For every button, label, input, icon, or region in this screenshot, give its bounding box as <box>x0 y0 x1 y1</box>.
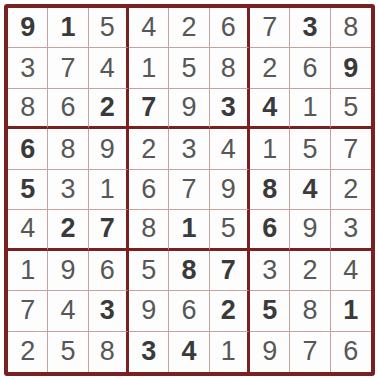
cell-r3c4[interactable]: 7 <box>129 89 169 129</box>
cell-r4c5[interactable]: 3 <box>169 129 209 169</box>
cell-r5c5[interactable]: 7 <box>169 170 209 210</box>
cell-r9c8[interactable]: 7 <box>290 332 330 372</box>
cell-r2c1[interactable]: 3 <box>8 48 48 88</box>
cell-r6c9[interactable]: 3 <box>331 210 371 250</box>
cell-r5c7[interactable]: 8 <box>250 170 290 210</box>
cell-r1c9[interactable]: 8 <box>331 8 371 48</box>
cell-r3c7[interactable]: 4 <box>250 89 290 129</box>
cell-r3c8[interactable]: 1 <box>290 89 330 129</box>
cell-r5c3[interactable]: 1 <box>89 170 129 210</box>
cell-r5c2[interactable]: 3 <box>48 170 88 210</box>
cell-r1c8[interactable]: 3 <box>290 8 330 48</box>
cell-r2c3[interactable]: 4 <box>89 48 129 88</box>
cell-r3c2[interactable]: 6 <box>48 89 88 129</box>
cell-r3c1[interactable]: 8 <box>8 89 48 129</box>
cell-r6c1[interactable]: 4 <box>8 210 48 250</box>
cell-r8c4[interactable]: 9 <box>129 291 169 331</box>
cell-r5c6[interactable]: 9 <box>210 170 250 210</box>
cell-r8c5[interactable]: 6 <box>169 291 209 331</box>
cell-r1c4[interactable]: 4 <box>129 8 169 48</box>
cell-r4c3[interactable]: 9 <box>89 129 129 169</box>
cell-r7c5[interactable]: 8 <box>169 251 209 291</box>
cell-r9c6[interactable]: 1 <box>210 332 250 372</box>
cell-r4c8[interactable]: 5 <box>290 129 330 169</box>
cell-r4c4[interactable]: 2 <box>129 129 169 169</box>
cell-r6c6[interactable]: 5 <box>210 210 250 250</box>
cell-r9c7[interactable]: 9 <box>250 332 290 372</box>
cell-r1c3[interactable]: 5 <box>89 8 129 48</box>
cell-r6c3[interactable]: 7 <box>89 210 129 250</box>
cell-r5c4[interactable]: 6 <box>129 170 169 210</box>
cell-r2c9[interactable]: 9 <box>331 48 371 88</box>
cell-r8c7[interactable]: 5 <box>250 291 290 331</box>
cell-r1c1[interactable]: 9 <box>8 8 48 48</box>
cell-r9c3[interactable]: 8 <box>89 332 129 372</box>
cell-r3c6[interactable]: 3 <box>210 89 250 129</box>
cell-r8c1[interactable]: 7 <box>8 291 48 331</box>
cell-r2c4[interactable]: 1 <box>129 48 169 88</box>
cell-r7c8[interactable]: 2 <box>290 251 330 291</box>
cell-r8c2[interactable]: 4 <box>48 291 88 331</box>
cell-r1c7[interactable]: 7 <box>250 8 290 48</box>
cell-r9c1[interactable]: 2 <box>8 332 48 372</box>
cell-r4c1[interactable]: 6 <box>8 129 48 169</box>
cell-r5c8[interactable]: 4 <box>290 170 330 210</box>
cell-r2c2[interactable]: 7 <box>48 48 88 88</box>
cell-r6c8[interactable]: 9 <box>290 210 330 250</box>
sudoku-board: 9154267383741582698627934156892341575316… <box>4 4 375 376</box>
cell-r6c2[interactable]: 2 <box>48 210 88 250</box>
cell-r2c7[interactable]: 2 <box>250 48 290 88</box>
cell-r7c2[interactable]: 9 <box>48 251 88 291</box>
cell-r8c3[interactable]: 3 <box>89 291 129 331</box>
cell-r4c7[interactable]: 1 <box>250 129 290 169</box>
cell-r3c3[interactable]: 2 <box>89 89 129 129</box>
cell-r3c5[interactable]: 9 <box>169 89 209 129</box>
cell-r6c4[interactable]: 8 <box>129 210 169 250</box>
cell-r2c6[interactable]: 8 <box>210 48 250 88</box>
cell-r8c9[interactable]: 1 <box>331 291 371 331</box>
cell-r1c2[interactable]: 1 <box>48 8 88 48</box>
cell-r4c2[interactable]: 8 <box>48 129 88 169</box>
cell-r7c4[interactable]: 5 <box>129 251 169 291</box>
cell-r3c9[interactable]: 5 <box>331 89 371 129</box>
cell-r2c5[interactable]: 5 <box>169 48 209 88</box>
cell-r6c7[interactable]: 6 <box>250 210 290 250</box>
cell-r4c6[interactable]: 4 <box>210 129 250 169</box>
cell-r1c5[interactable]: 2 <box>169 8 209 48</box>
cell-r9c4[interactable]: 3 <box>129 332 169 372</box>
cell-r9c2[interactable]: 5 <box>48 332 88 372</box>
cell-r4c9[interactable]: 7 <box>331 129 371 169</box>
cell-r2c8[interactable]: 6 <box>290 48 330 88</box>
cell-r8c6[interactable]: 2 <box>210 291 250 331</box>
cell-r7c1[interactable]: 1 <box>8 251 48 291</box>
cell-r9c5[interactable]: 4 <box>169 332 209 372</box>
cell-r5c1[interactable]: 5 <box>8 170 48 210</box>
cell-r7c3[interactable]: 6 <box>89 251 129 291</box>
cell-r5c9[interactable]: 2 <box>331 170 371 210</box>
cell-r7c7[interactable]: 3 <box>250 251 290 291</box>
cell-r6c5[interactable]: 1 <box>169 210 209 250</box>
cell-r7c6[interactable]: 7 <box>210 251 250 291</box>
cell-r9c9[interactable]: 6 <box>331 332 371 372</box>
cell-r7c9[interactable]: 4 <box>331 251 371 291</box>
cell-r1c6[interactable]: 6 <box>210 8 250 48</box>
cell-r8c8[interactable]: 8 <box>290 291 330 331</box>
